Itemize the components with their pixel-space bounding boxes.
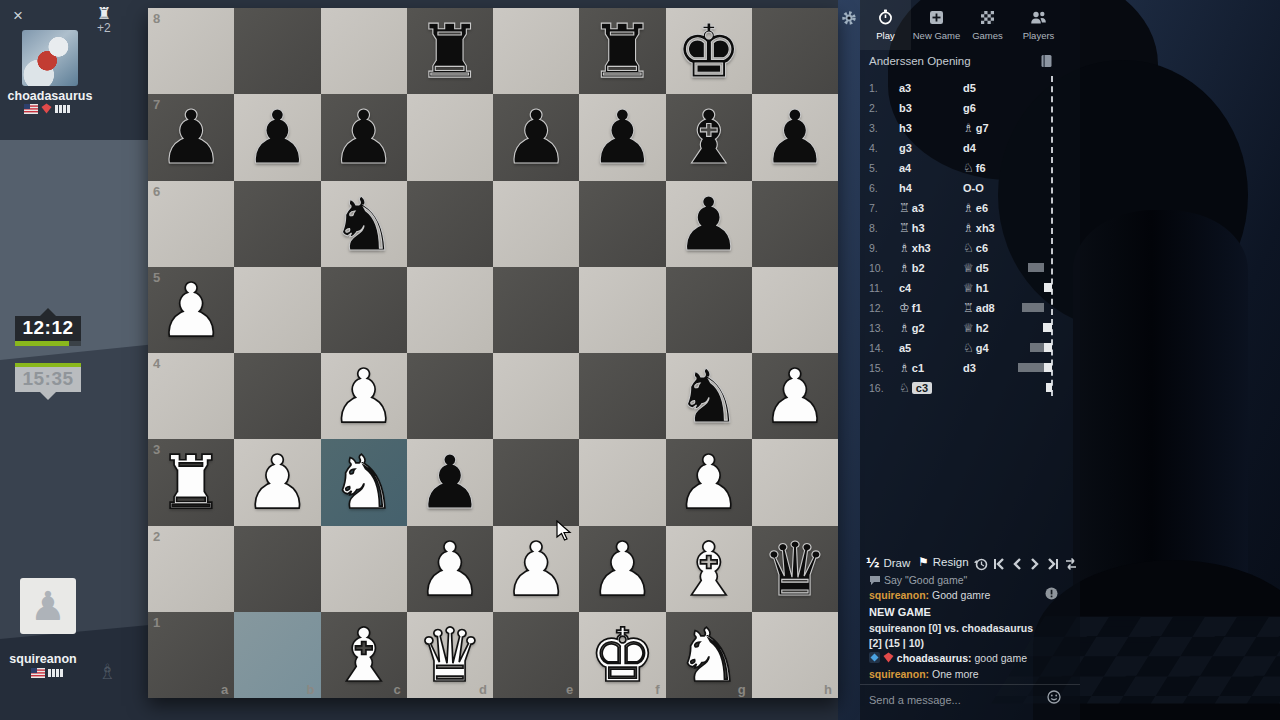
rating-bars-icon xyxy=(48,669,63,677)
eval-bar xyxy=(1022,303,1044,312)
us-flag-icon xyxy=(24,104,38,114)
move-white[interactable]: ♘c3 xyxy=(899,378,932,398)
tab-label: New Game xyxy=(913,30,961,41)
piece-N-icon: ♘ xyxy=(899,381,910,395)
square-g4[interactable]: ♞ xyxy=(666,353,752,439)
piece-B-icon: ♗ xyxy=(899,261,910,275)
piece-B-icon: ♗ xyxy=(963,201,974,215)
black-pawn-e7: ♟ xyxy=(503,94,569,180)
white-king-f1: ♚ xyxy=(589,612,655,698)
black-knight-c6: ♞ xyxy=(330,181,396,267)
red-gem-icon xyxy=(883,652,894,663)
square-e5[interactable] xyxy=(493,267,579,353)
square-c2[interactable] xyxy=(321,526,407,612)
square-a8[interactable]: 8 xyxy=(148,8,234,94)
move-black[interactable]: ♘c6 xyxy=(963,238,988,258)
white-knight-c3: ♞ xyxy=(330,439,396,525)
move-black[interactable]: d3 xyxy=(963,358,976,378)
takeback-icon[interactable] xyxy=(973,556,989,572)
chat-username[interactable]: squireanon: xyxy=(869,589,929,601)
resign-button[interactable]: ⚑ Resign xyxy=(918,555,969,569)
move-row: 6.h4O-O xyxy=(860,178,1080,198)
mouse-cursor xyxy=(556,520,572,542)
piece-B-icon: ♗ xyxy=(899,361,910,375)
move-row: 12.♔f1♖ad8 xyxy=(860,298,1080,318)
half-point-icon: ½ xyxy=(866,555,879,570)
black-rook-f8: ♜ xyxy=(589,8,655,94)
white-pawn-d2: ♟ xyxy=(417,526,483,612)
move-black[interactable]: ♗e6 xyxy=(963,198,988,218)
square-e1[interactable]: e xyxy=(493,612,579,698)
move-white[interactable]: ♖a3 xyxy=(899,198,924,218)
square-g8[interactable]: ♚ xyxy=(666,8,752,94)
square-h6[interactable] xyxy=(752,181,838,267)
flip-board-icon[interactable] xyxy=(1063,556,1079,572)
new-game-header: NEW GAME xyxy=(869,606,1073,618)
black-queen-h2: ♛ xyxy=(762,526,828,612)
material-advantage: +2 xyxy=(97,21,137,35)
square-b4[interactable] xyxy=(234,353,320,439)
square-b1[interactable]: b xyxy=(234,612,320,698)
clock-white: 15:35 xyxy=(15,363,81,392)
square-c6[interactable]: ♞ xyxy=(321,181,407,267)
chat-input-row xyxy=(869,690,1069,708)
square-b3[interactable]: ♟ xyxy=(234,439,320,525)
square-g2[interactable]: ♝ xyxy=(666,526,752,612)
move-row: 9.♗xh3♘c6 xyxy=(860,238,1080,258)
black-king-g8: ♚ xyxy=(675,8,741,94)
square-d5[interactable] xyxy=(407,267,493,353)
chat-message: squireanon: One more xyxy=(869,668,1073,680)
close-icon[interactable]: × xyxy=(13,6,23,26)
game-controls: ½ Draw ⚑ Resign xyxy=(860,555,1080,575)
square-g7[interactable]: ♝ xyxy=(666,94,752,180)
move-white[interactable]: ♗b2 xyxy=(899,258,925,278)
rank-label: 5 xyxy=(153,270,160,285)
square-f1[interactable]: ♚f xyxy=(579,612,665,698)
piece-B-icon: ♗ xyxy=(899,321,910,335)
black-rook-d8: ♜ xyxy=(417,8,483,94)
captured-bishop-faint-icon: ♗ xyxy=(98,660,117,684)
prev-move-icon[interactable] xyxy=(1009,556,1025,572)
file-label: g xyxy=(738,682,746,697)
piece-R-icon: ♖ xyxy=(899,201,910,215)
move-row: 4.g3d4 xyxy=(860,138,1080,158)
tab-play[interactable]: Play xyxy=(860,0,911,50)
board-icon xyxy=(980,10,995,27)
move-black[interactable]: d5 xyxy=(963,78,976,98)
player-name-top[interactable]: choadasaurus xyxy=(0,89,110,103)
move-white[interactable]: ♔f1 xyxy=(899,298,922,318)
square-f4[interactable] xyxy=(579,353,665,439)
square-a3[interactable]: ♜3 xyxy=(148,439,234,525)
move-black[interactable]: O-O xyxy=(963,178,984,198)
square-a6[interactable]: 6 xyxy=(148,181,234,267)
last-move-icon[interactable] xyxy=(1045,556,1061,572)
tab-label: Games xyxy=(972,30,1003,41)
move-number: 16. xyxy=(869,378,884,398)
players-icon xyxy=(1030,10,1047,27)
white-pawn-b3: ♟ xyxy=(244,439,310,525)
eval-bar xyxy=(1018,363,1044,372)
tab-new-game[interactable]: New Game xyxy=(911,0,962,50)
square-f3[interactable] xyxy=(579,439,665,525)
square-c8[interactable] xyxy=(321,8,407,94)
square-d7[interactable] xyxy=(407,94,493,180)
chat-username[interactable]: squireanon: xyxy=(869,668,929,680)
rank-label: 1 xyxy=(153,615,160,630)
file-label: c xyxy=(394,682,401,697)
square-f7[interactable]: ♟ xyxy=(579,94,665,180)
chat-username[interactable]: choadasaurus: xyxy=(897,652,972,664)
first-move-icon[interactable] xyxy=(991,556,1007,572)
move-black[interactable]: ♗g7 xyxy=(963,118,989,138)
square-e4[interactable] xyxy=(493,353,579,439)
black-knight-g4: ♞ xyxy=(675,353,741,439)
chat-message: choadasaurus: good game xyxy=(869,652,1073,664)
chess-board[interactable]: 8♜♜♚♟7♟♟♟♟♝♟6♞♟♟54♟♞♟♜3♟♞♟♟2♟♟♟♝♛1ab♝c♛d… xyxy=(148,8,838,698)
side-panel: PlayNew GameGamesPlayers Anderssen Openi… xyxy=(860,0,1080,720)
eval-bar xyxy=(1043,323,1052,332)
square-h4[interactable]: ♟ xyxy=(752,353,838,439)
nav-tabs: PlayNew GameGamesPlayers xyxy=(860,0,1064,50)
square-h5[interactable] xyxy=(752,267,838,353)
square-f6[interactable] xyxy=(579,181,665,267)
square-b5[interactable] xyxy=(234,267,320,353)
draw-button[interactable]: ½ Draw xyxy=(866,555,910,570)
move-number: 5. xyxy=(869,158,878,178)
file-label: f xyxy=(655,682,659,697)
rank-label: 4 xyxy=(153,356,160,371)
square-c1[interactable]: ♝c xyxy=(321,612,407,698)
move-number: 2. xyxy=(869,98,878,118)
resign-flag-icon: ⚑ xyxy=(918,555,929,569)
tab-label: Play xyxy=(876,30,894,41)
rank-label: 3 xyxy=(153,442,160,457)
square-h2[interactable]: ♛ xyxy=(752,526,838,612)
eval-bar xyxy=(1030,343,1044,352)
square-a4[interactable]: 4 xyxy=(148,353,234,439)
white-pawn-h4: ♟ xyxy=(762,353,828,439)
white-pawn-c4: ♟ xyxy=(330,353,396,439)
move-row: 2.b3g6 xyxy=(860,98,1080,118)
white-knight-g1: ♞ xyxy=(675,612,741,698)
move-number: 6. xyxy=(869,178,878,198)
move-black[interactable]: g6 xyxy=(963,98,976,118)
square-g3[interactable]: ♟ xyxy=(666,439,752,525)
move-white[interactable]: ♗xh3 xyxy=(899,238,931,258)
chat-message: squireanon: Good gamre xyxy=(869,589,1073,601)
move-number: 11. xyxy=(869,278,883,298)
square-g6[interactable]: ♟ xyxy=(666,181,752,267)
clock-black: 12:12 xyxy=(15,316,81,346)
eval-bar xyxy=(1046,383,1052,392)
move-white[interactable]: ♖h3 xyxy=(899,218,925,238)
square-d1[interactable]: ♛d xyxy=(407,612,493,698)
move-black[interactable]: ♕h1 xyxy=(963,278,989,298)
opening-book-icon[interactable] xyxy=(1040,54,1053,68)
square-e7[interactable]: ♟ xyxy=(493,94,579,180)
move-row: 1.a3d5 xyxy=(860,78,1080,98)
piece-B-icon: ♗ xyxy=(899,241,910,255)
piece-N-icon: ♘ xyxy=(963,161,974,175)
black-pawn-h7: ♟ xyxy=(762,94,828,180)
piece-N-icon: ♘ xyxy=(963,341,974,355)
square-c3[interactable]: ♞ xyxy=(321,439,407,525)
white-pawn-g3: ♟ xyxy=(675,439,741,525)
move-row: 7.♖a3♗e6 xyxy=(860,198,1080,218)
white-pawn-f2: ♟ xyxy=(589,526,655,612)
move-row: 8.♖h3♗xh3 xyxy=(860,218,1080,238)
move-black[interactable]: ♘g4 xyxy=(963,338,989,358)
rank-label: 6 xyxy=(153,184,160,199)
player-name-bottom[interactable]: squireanon xyxy=(0,652,103,666)
move-white[interactable]: c4 xyxy=(899,278,911,298)
chat-divider xyxy=(860,684,1080,685)
square-c4[interactable]: ♟ xyxy=(321,353,407,439)
move-black[interactable]: ♘f6 xyxy=(963,158,986,178)
square-b8[interactable] xyxy=(234,8,320,94)
white-bishop-g2: ♝ xyxy=(675,526,741,612)
move-number: 12. xyxy=(869,298,884,318)
move-row: 3.h3♗g7 xyxy=(860,118,1080,138)
eval-bar xyxy=(1044,283,1052,292)
square-d6[interactable] xyxy=(407,181,493,267)
move-black[interactable]: ♕h2 xyxy=(963,318,989,338)
black-pawn-f7: ♟ xyxy=(589,94,655,180)
avatar[interactable] xyxy=(22,30,78,86)
eval-bar xyxy=(1044,363,1052,372)
file-label: d xyxy=(479,682,487,697)
tab-players[interactable]: Players xyxy=(1013,0,1064,50)
default-avatar-pawn-icon: ♟ xyxy=(30,583,66,629)
move-number: 9. xyxy=(869,238,878,258)
move-row: 5.a4♘f6 xyxy=(860,158,1080,178)
avatar[interactable]: ♟ xyxy=(20,578,76,634)
piece-N-icon: ♘ xyxy=(963,241,974,255)
player-badges-bottom xyxy=(31,668,63,678)
black-pawn-g6: ♟ xyxy=(675,181,741,267)
black-pawn-d3: ♟ xyxy=(417,439,483,525)
square-h7[interactable]: ♟ xyxy=(752,94,838,180)
move-white[interactable]: ♗c1 xyxy=(899,358,924,378)
chat-input[interactable] xyxy=(869,694,1039,706)
square-d2[interactable]: ♟ xyxy=(407,526,493,612)
square-c7[interactable]: ♟ xyxy=(321,94,407,180)
square-h1[interactable]: h xyxy=(752,612,838,698)
move-number: 3. xyxy=(869,118,878,138)
square-d8[interactable]: ♜ xyxy=(407,8,493,94)
move-number: 15. xyxy=(869,358,884,378)
plus-icon xyxy=(929,10,944,27)
square-h3[interactable] xyxy=(752,439,838,525)
square-h8[interactable] xyxy=(752,8,838,94)
move-number: 1. xyxy=(869,78,878,98)
player-badges-top xyxy=(24,103,70,114)
move-white[interactable]: h4 xyxy=(899,178,912,198)
settings-gear-icon[interactable] xyxy=(841,10,857,26)
app: × ♜ +2 choadasaurus 12:12 15:35 ♟ squire… xyxy=(0,0,1280,720)
square-e6[interactable] xyxy=(493,181,579,267)
piece-B-icon: ♗ xyxy=(963,121,974,135)
move-number: 4. xyxy=(869,138,878,158)
move-number: 8. xyxy=(869,218,878,238)
square-b7[interactable]: ♟ xyxy=(234,94,320,180)
move-white[interactable]: a4 xyxy=(899,158,911,178)
move-white[interactable]: g3 xyxy=(899,138,912,158)
red-gem-icon xyxy=(41,103,52,114)
white-pawn-a5: ♟ xyxy=(158,267,224,353)
square-g5[interactable] xyxy=(666,267,752,353)
black-pawn-b7: ♟ xyxy=(244,94,310,180)
piece-R-icon: ♖ xyxy=(899,221,910,235)
rank-label: 8 xyxy=(153,11,160,26)
square-f2[interactable]: ♟ xyxy=(579,526,665,612)
square-d3[interactable]: ♟ xyxy=(407,439,493,525)
captured-pieces-top: ♜ +2 xyxy=(97,4,137,35)
us-flag-icon xyxy=(31,668,45,678)
square-d4[interactable] xyxy=(407,353,493,439)
square-b2[interactable] xyxy=(234,526,320,612)
piece-B-icon: ♗ xyxy=(963,221,974,235)
rating-bars-icon xyxy=(55,105,70,113)
piece-Q-icon: ♕ xyxy=(963,261,974,275)
tab-label: Players xyxy=(1023,30,1055,41)
square-f8[interactable]: ♜ xyxy=(579,8,665,94)
square-f5[interactable] xyxy=(579,267,665,353)
move-black[interactable]: d4 xyxy=(963,138,976,158)
black-pawn-c7: ♟ xyxy=(330,94,396,180)
emoji-icon[interactable] xyxy=(1047,690,1061,704)
square-g1[interactable]: ♞g xyxy=(666,612,752,698)
move-white[interactable]: a3 xyxy=(899,78,911,98)
square-a7[interactable]: ♟7 xyxy=(148,94,234,180)
move-white[interactable]: a5 xyxy=(899,338,911,358)
square-a5[interactable]: ♟5 xyxy=(148,267,234,353)
square-a1[interactable]: 1a xyxy=(148,612,234,698)
eval-bar xyxy=(1044,343,1052,352)
file-label: e xyxy=(566,682,573,697)
move-row: 10.♗b2♕d5 xyxy=(860,258,1080,278)
black-bishop-g7: ♝ xyxy=(675,94,741,180)
square-e8[interactable] xyxy=(493,8,579,94)
chat-hint[interactable]: Say "Good game" xyxy=(869,574,1073,586)
clock-progress xyxy=(15,341,81,346)
move-white[interactable]: ♗g2 xyxy=(899,318,925,338)
square-c5[interactable] xyxy=(321,267,407,353)
file-label: b xyxy=(307,682,315,697)
square-e3[interactable] xyxy=(493,439,579,525)
square-a2[interactable]: 2 xyxy=(148,526,234,612)
move-number: 7. xyxy=(869,198,878,218)
white-queen-d1: ♛ xyxy=(417,612,483,698)
opening-name: Anderssen Opening xyxy=(869,55,971,67)
rank-label: 7 xyxy=(153,97,160,112)
white-bishop-c1: ♝ xyxy=(330,612,396,698)
move-white[interactable]: h3 xyxy=(899,118,912,138)
eval-bar xyxy=(1028,263,1044,272)
diamond-badge-icon xyxy=(869,652,880,663)
move-number: 14. xyxy=(869,338,884,358)
white-rook-a3: ♜ xyxy=(158,439,224,525)
game-info-line: squireanon [0] vs. choadasaurus [2] (15 … xyxy=(869,621,1047,651)
tab-games[interactable]: Games xyxy=(962,0,1013,50)
move-number: 10. xyxy=(869,258,884,278)
next-move-icon[interactable] xyxy=(1027,556,1043,572)
piece-K-icon: ♔ xyxy=(899,301,910,315)
rank-label: 2 xyxy=(153,529,160,544)
stopwatch-icon xyxy=(878,9,893,27)
report-warning-icon[interactable] xyxy=(1045,587,1058,600)
move-black[interactable]: ♗xh3 xyxy=(963,218,995,238)
square-b6[interactable] xyxy=(234,181,320,267)
move-black[interactable]: ♖ad8 xyxy=(963,298,995,318)
piece-Q-icon: ♕ xyxy=(963,281,974,295)
move-black[interactable]: ♕d5 xyxy=(963,258,989,278)
piece-Q-icon: ♕ xyxy=(963,321,974,335)
move-number: 13. xyxy=(869,318,884,338)
file-label: a xyxy=(221,682,228,697)
move-white[interactable]: b3 xyxy=(899,98,912,118)
black-pawn-a7: ♟ xyxy=(158,94,224,180)
file-label: h xyxy=(824,682,832,697)
piece-R-icon: ♖ xyxy=(963,301,974,315)
chat-bubble-icon xyxy=(869,575,881,585)
